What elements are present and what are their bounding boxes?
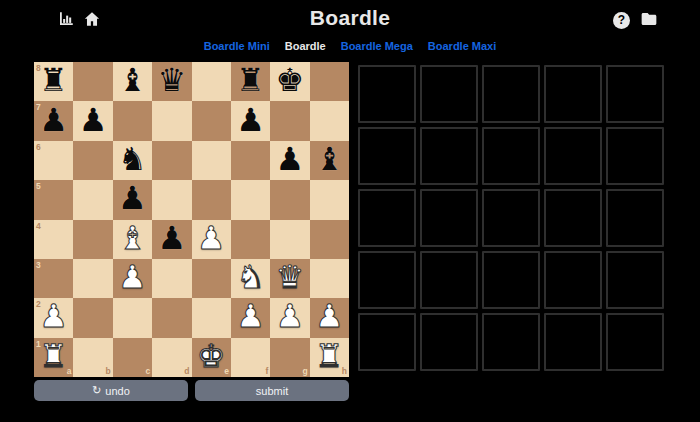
square-a7[interactable]: 7♟	[34, 101, 73, 140]
piece-black-bishop-h6[interactable]: ♝	[310, 141, 349, 180]
square-h1[interactable]: h♜	[310, 338, 349, 377]
folder-button[interactable]	[639, 11, 658, 30]
square-h6[interactable]: ♝	[310, 141, 349, 180]
piece-white-pawn-h2[interactable]: ♟	[310, 298, 349, 337]
piece-black-knight-c6[interactable]: ♞	[113, 141, 152, 180]
guess-cell-r1c2	[420, 65, 478, 123]
piece-black-pawn-b7[interactable]: ♟	[73, 101, 112, 140]
guess-grid	[358, 65, 664, 371]
file-label-f: f	[265, 367, 268, 376]
guess-cell-r1c1	[358, 65, 416, 123]
piece-black-pawn-g6[interactable]: ♟	[270, 141, 309, 180]
square-e3[interactable]	[192, 259, 231, 298]
square-f2[interactable]: ♟	[231, 298, 270, 337]
rank-label-5: 5	[36, 182, 41, 191]
piece-white-pawn-c3[interactable]: ♟	[113, 259, 152, 298]
square-b5[interactable]	[73, 180, 112, 219]
guess-cell-r2c3	[482, 127, 540, 185]
square-h4[interactable]	[310, 220, 349, 259]
square-a4[interactable]: 4	[34, 220, 73, 259]
square-b2[interactable]	[73, 298, 112, 337]
square-d8[interactable]: ♛	[152, 62, 191, 101]
square-d2[interactable]	[152, 298, 191, 337]
header: Boardle ?	[0, 0, 700, 36]
piece-white-pawn-a2[interactable]: ♟	[34, 298, 73, 337]
guess-cell-r3c5	[606, 189, 664, 247]
square-c7[interactable]	[113, 101, 152, 140]
file-label-b: b	[106, 367, 111, 376]
piece-white-rook-h1[interactable]: ♜	[310, 338, 349, 377]
guess-cell-r3c1	[358, 189, 416, 247]
square-a6[interactable]: 6	[34, 141, 73, 180]
square-d3[interactable]	[152, 259, 191, 298]
piece-white-pawn-f2[interactable]: ♟	[231, 298, 270, 337]
square-b6[interactable]	[73, 141, 112, 180]
square-g2[interactable]: ♟	[270, 298, 309, 337]
piece-black-pawn-c5[interactable]: ♟	[113, 180, 152, 219]
undo-button[interactable]: ↻ undo	[34, 380, 188, 401]
square-a8[interactable]: 8♜	[34, 62, 73, 101]
rank-label-3: 3	[36, 261, 41, 270]
square-f1[interactable]: f	[231, 338, 270, 377]
square-c1[interactable]: c	[113, 338, 152, 377]
guess-cell-r4c1	[358, 251, 416, 309]
piece-black-rook-a8[interactable]: ♜	[34, 62, 73, 101]
square-d5[interactable]	[152, 180, 191, 219]
square-h3[interactable]	[310, 259, 349, 298]
square-f3[interactable]: ♞	[231, 259, 270, 298]
variant-nav: Boardle Mini Boardle Boardle Mega Boardl…	[0, 40, 700, 52]
guess-cell-r2c2	[420, 127, 478, 185]
piece-black-queen-d8[interactable]: ♛	[152, 62, 191, 101]
square-b7[interactable]: ♟	[73, 101, 112, 140]
square-c8[interactable]: ♝	[113, 62, 152, 101]
help-button[interactable]: ?	[612, 11, 631, 30]
piece-white-king-e1[interactable]: ♚	[192, 338, 231, 377]
undo-icon: ↻	[92, 384, 101, 397]
piece-black-pawn-a7[interactable]: ♟	[34, 101, 73, 140]
guess-cell-r4c3	[482, 251, 540, 309]
square-h8[interactable]	[310, 62, 349, 101]
square-d7[interactable]	[152, 101, 191, 140]
nav-boardle-mini[interactable]: Boardle Mini	[204, 40, 270, 52]
square-c3[interactable]: ♟	[113, 259, 152, 298]
piece-black-king-g8[interactable]: ♚	[270, 62, 309, 101]
square-g6[interactable]: ♟	[270, 141, 309, 180]
square-e6[interactable]	[192, 141, 231, 180]
guess-cell-r4c5	[606, 251, 664, 309]
square-d4[interactable]: ♟	[152, 220, 191, 259]
help-icon: ?	[613, 12, 630, 29]
square-g1[interactable]: g	[270, 338, 309, 377]
square-a3[interactable]: 3	[34, 259, 73, 298]
guess-cell-r3c3	[482, 189, 540, 247]
square-e1[interactable]: e♚	[192, 338, 231, 377]
guess-cell-r3c2	[420, 189, 478, 247]
guess-cell-r1c4	[544, 65, 602, 123]
square-a5[interactable]: 5	[34, 180, 73, 219]
guess-cell-r5c5	[606, 313, 664, 371]
guess-cell-r2c1	[358, 127, 416, 185]
square-c4[interactable]: ♝	[113, 220, 152, 259]
piece-black-pawn-f7[interactable]: ♟	[231, 101, 270, 140]
square-c6[interactable]: ♞	[113, 141, 152, 180]
square-h5[interactable]	[310, 180, 349, 219]
square-b8[interactable]	[73, 62, 112, 101]
square-f5[interactable]	[231, 180, 270, 219]
square-g7[interactable]	[270, 101, 309, 140]
piece-black-pawn-d4[interactable]: ♟	[152, 220, 191, 259]
rank-label-6: 6	[36, 143, 41, 152]
square-f4[interactable]	[231, 220, 270, 259]
piece-black-bishop-c8[interactable]: ♝	[113, 62, 152, 101]
guess-cell-r4c2	[420, 251, 478, 309]
square-h2[interactable]: ♟	[310, 298, 349, 337]
guess-cell-r1c5	[606, 65, 664, 123]
square-c5[interactable]: ♟	[113, 180, 152, 219]
page-title: Boardle	[0, 6, 700, 30]
piece-white-bishop-c4[interactable]: ♝	[113, 220, 152, 259]
square-d1[interactable]: d	[152, 338, 191, 377]
square-b1[interactable]: b	[73, 338, 112, 377]
nav-boardle-current: Boardle	[285, 40, 326, 52]
piece-white-pawn-g2[interactable]: ♟	[270, 298, 309, 337]
folder-icon	[640, 10, 658, 31]
square-g3[interactable]: ♛	[270, 259, 309, 298]
square-b4[interactable]	[73, 220, 112, 259]
header-right-icons: ?	[612, 11, 658, 30]
undo-label: undo	[105, 385, 129, 397]
square-g5[interactable]	[270, 180, 309, 219]
guess-cell-r1c3	[482, 65, 540, 123]
square-e2[interactable]	[192, 298, 231, 337]
guess-cell-r4c4	[544, 251, 602, 309]
square-e8[interactable]	[192, 62, 231, 101]
square-g4[interactable]	[270, 220, 309, 259]
guess-cell-r5c1	[358, 313, 416, 371]
file-label-d: d	[184, 367, 189, 376]
square-f8[interactable]: ♜	[231, 62, 270, 101]
guess-cell-r5c2	[420, 313, 478, 371]
file-label-g: g	[302, 367, 307, 376]
square-a2[interactable]: 2♟	[34, 298, 73, 337]
square-g8[interactable]: ♚	[270, 62, 309, 101]
rank-label-4: 4	[36, 222, 41, 231]
guess-cell-r5c3	[482, 313, 540, 371]
piece-white-pawn-e4[interactable]: ♟	[192, 220, 231, 259]
chess-board: 8♜♝♛♜♚7♟♟♟6♞♟♝5♟4♝♟♟3♟♞♛2♟♟♟♟1a♜bcde♚fgh…	[34, 62, 349, 377]
square-e5[interactable]	[192, 180, 231, 219]
square-h7[interactable]	[310, 101, 349, 140]
nav-boardle-mega[interactable]: Boardle Mega	[341, 40, 413, 52]
piece-white-knight-f3[interactable]: ♞	[231, 259, 270, 298]
square-b3[interactable]	[73, 259, 112, 298]
guess-cell-r5c4	[544, 313, 602, 371]
board-controls: ↻ undo submit	[34, 380, 349, 401]
submit-button[interactable]: submit	[195, 380, 349, 401]
nav-boardle-maxi[interactable]: Boardle Maxi	[428, 40, 496, 52]
square-c2[interactable]	[113, 298, 152, 337]
square-e4[interactable]: ♟	[192, 220, 231, 259]
piece-white-rook-a1[interactable]: ♜	[34, 338, 73, 377]
piece-black-rook-f8[interactable]: ♜	[231, 62, 270, 101]
square-d6[interactable]	[152, 141, 191, 180]
square-e7[interactable]	[192, 101, 231, 140]
square-f7[interactable]: ♟	[231, 101, 270, 140]
piece-white-queen-g3[interactable]: ♛	[270, 259, 309, 298]
guess-cell-r2c4	[544, 127, 602, 185]
square-a1[interactable]: 1a♜	[34, 338, 73, 377]
square-f6[interactable]	[231, 141, 270, 180]
file-label-c: c	[145, 367, 150, 376]
guess-cell-r3c4	[544, 189, 602, 247]
guess-cell-r2c5	[606, 127, 664, 185]
